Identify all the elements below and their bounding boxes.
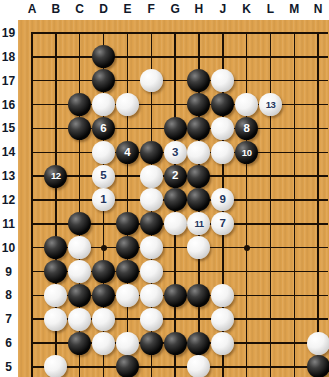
move-number-3: 3 [172,147,178,159]
stone-black-B13: 12 [44,165,67,188]
stone-black-C11 [68,212,91,235]
stone-black-G12 [164,188,187,211]
stone-white-L16: 13 [259,93,282,116]
stone-black-C15 [68,117,91,140]
stone-black-D17 [92,69,115,92]
stone-black-D15: 6 [92,117,115,140]
stone-black-D18 [92,45,115,68]
row-label-15: 15 [0,120,17,136]
row-label-10: 10 [0,240,17,256]
stone-white-F12 [140,188,163,211]
col-label-M: M [285,1,303,17]
kifu-diagram: ABCDEFGHJKLMN191817161514131211109876513… [0,0,329,377]
grid-line-col-A [31,32,33,377]
stone-black-N5 [307,355,329,377]
grid-line-row-18 [31,56,328,58]
stone-white-H14 [187,141,210,164]
stone-white-J6 [211,332,234,355]
board-layer: ABCDEFGHJKLMN191817161514131211109876513… [0,0,329,377]
grid-line-row-19 [31,32,328,34]
stone-black-G8 [164,284,187,307]
move-number-1: 1 [100,194,106,206]
move-number-6: 6 [100,123,106,135]
row-label-16: 16 [0,97,17,113]
grid-line-col-M [294,32,296,377]
row-label-8: 8 [0,287,17,303]
move-number-13: 13 [266,100,276,110]
stone-white-B5 [44,355,67,377]
stone-white-F10 [140,236,163,259]
stone-black-F6 [140,332,163,355]
row-label-13: 13 [0,168,17,184]
stone-black-C6 [68,332,91,355]
stone-black-D9 [92,260,115,283]
stone-white-D6 [92,332,115,355]
move-number-2: 2 [172,170,178,182]
row-label-17: 17 [0,73,17,89]
col-label-D: D [95,1,113,17]
row-label-14: 14 [0,144,17,160]
col-label-K: K [238,1,256,17]
row-label-11: 11 [0,216,17,232]
stone-white-F8 [140,284,163,307]
row-label-12: 12 [0,192,17,208]
grid-line-col-N [317,32,319,377]
stone-white-B7 [44,308,67,331]
stone-white-D13: 5 [92,165,115,188]
stone-black-B9 [44,260,67,283]
row-label-9: 9 [0,264,17,280]
col-label-G: G [166,1,184,17]
stone-white-D16 [92,93,115,116]
grid-line-col-K [246,32,248,377]
stone-white-J14 [211,141,234,164]
stone-white-E16 [116,93,139,116]
stone-black-G15 [164,117,187,140]
move-number-12: 12 [51,171,61,181]
stone-black-E10 [116,236,139,259]
stone-white-H5 [187,355,210,377]
stone-white-J7 [211,308,234,331]
stone-black-E11 [116,212,139,235]
col-label-J: J [214,1,232,17]
stone-black-G6 [164,332,187,355]
row-label-5: 5 [0,359,17,375]
col-label-B: B [47,1,65,17]
stone-black-H12 [187,188,210,211]
move-number-8: 8 [243,123,249,135]
grid-line-col-L [270,32,272,377]
stone-black-F11 [140,212,163,235]
stone-black-H16 [187,93,210,116]
stone-black-E9 [116,260,139,283]
stone-white-J12: 9 [211,188,234,211]
stone-black-H8 [187,284,210,307]
stone-black-E14: 4 [116,141,139,164]
stone-white-D7 [92,308,115,331]
move-number-4: 4 [124,147,130,159]
stone-white-J8 [211,284,234,307]
stone-white-D12: 1 [92,188,115,211]
stone-white-H10 [187,236,210,259]
col-label-A: A [23,1,41,17]
move-number-7: 7 [220,218,226,230]
stone-black-C16 [68,93,91,116]
stone-white-F7 [140,308,163,331]
stone-white-C9 [68,260,91,283]
grid-line-row-5 [31,366,328,368]
stone-black-D8 [92,284,115,307]
stone-white-E8 [116,284,139,307]
col-label-F: F [142,1,160,17]
row-label-18: 18 [0,49,17,65]
stone-black-F14 [140,141,163,164]
stone-white-J17 [211,69,234,92]
col-label-N: N [309,1,327,17]
grid-line-col-E [127,32,129,377]
stone-black-E5 [116,355,139,377]
stone-black-H13 [187,165,210,188]
stone-white-N6 [307,332,329,355]
stone-black-H17 [187,69,210,92]
stone-black-K15: 8 [235,117,258,140]
stone-white-F17 [140,69,163,92]
row-label-6: 6 [0,335,17,351]
stone-black-H15 [187,117,210,140]
stone-white-J15 [211,117,234,140]
stone-black-J16 [211,93,234,116]
stone-white-J11: 7 [211,212,234,235]
stone-white-F13 [140,165,163,188]
row-label-7: 7 [0,311,17,327]
row-label-19: 19 [0,25,17,41]
stone-black-C8 [68,284,91,307]
col-label-E: E [118,1,136,17]
stone-white-G11 [164,212,187,235]
move-number-11: 11 [194,219,203,229]
grid-line-row-17 [31,80,328,82]
move-number-10: 10 [242,148,252,158]
stone-white-G14: 3 [164,141,187,164]
stone-white-K16 [235,93,258,116]
star-point-D10 [101,245,107,251]
stone-white-H11: 11 [187,212,210,235]
stone-white-E6 [116,332,139,355]
move-number-9: 9 [220,194,226,206]
col-label-L: L [262,1,280,17]
col-label-H: H [190,1,208,17]
stone-white-F9 [140,260,163,283]
stone-black-H6 [187,332,210,355]
stone-white-C7 [68,308,91,331]
star-point-K10 [244,245,250,251]
stone-black-B10 [44,236,67,259]
stone-white-D14 [92,141,115,164]
stone-white-C10 [68,236,91,259]
stone-black-G13: 2 [164,165,187,188]
stone-black-K14: 10 [235,141,258,164]
stone-white-B8 [44,284,67,307]
col-label-C: C [71,1,89,17]
move-number-5: 5 [100,170,106,182]
